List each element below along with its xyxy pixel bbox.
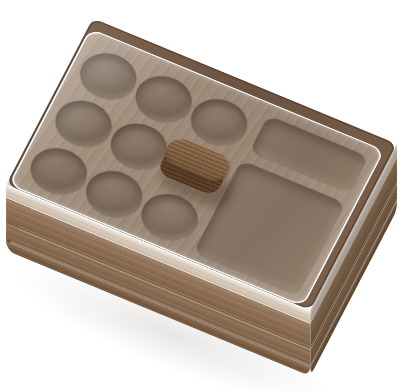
product-photo-scene	[0, 0, 413, 392]
